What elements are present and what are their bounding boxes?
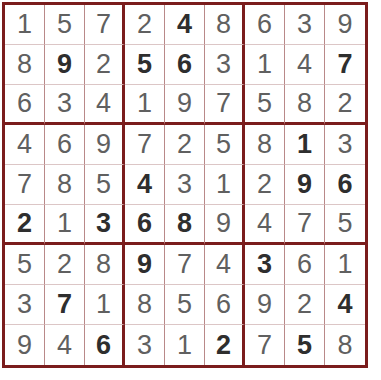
sudoku-cell-r2c9[interactable]: 7 [325, 45, 365, 85]
sudoku-cell-r7c5[interactable]: 7 [165, 245, 205, 285]
sudoku-cell-r7c4[interactable]: 9 [125, 245, 165, 285]
sudoku-cell-r8c7[interactable]: 9 [245, 285, 285, 325]
sudoku-cell-r8c2[interactable]: 7 [45, 285, 85, 325]
sudoku-cell-r6c9[interactable]: 5 [325, 205, 365, 245]
sudoku-cell-r2c1[interactable]: 8 [5, 45, 45, 85]
sudoku-cell-r2c6[interactable]: 3 [205, 45, 245, 85]
sudoku-cell-r4c3[interactable]: 9 [85, 125, 125, 165]
sudoku-cell-r6c1[interactable]: 2 [5, 205, 45, 245]
sudoku-cell-r7c7[interactable]: 3 [245, 245, 285, 285]
sudoku-cell-r1c4[interactable]: 2 [125, 5, 165, 45]
sudoku-cell-r3c3[interactable]: 4 [85, 85, 125, 125]
sudoku-cell-r3c4[interactable]: 1 [125, 85, 165, 125]
sudoku-cell-r4c9[interactable]: 3 [325, 125, 365, 165]
sudoku-cell-r4c4[interactable]: 7 [125, 125, 165, 165]
sudoku-cell-r6c2[interactable]: 1 [45, 205, 85, 245]
sudoku-board-wrapper: 1572486398925631476341975824697258137854… [0, 0, 381, 368]
sudoku-cell-r6c6[interactable]: 9 [205, 205, 245, 245]
sudoku-cell-r8c4[interactable]: 8 [125, 285, 165, 325]
sudoku-cell-r1c8[interactable]: 3 [285, 5, 325, 45]
sudoku-cell-r4c8[interactable]: 1 [285, 125, 325, 165]
sudoku-cell-r2c7[interactable]: 1 [245, 45, 285, 85]
sudoku-cell-r9c7[interactable]: 7 [245, 325, 285, 365]
sudoku-cell-r2c8[interactable]: 4 [285, 45, 325, 85]
sudoku-cell-r8c9[interactable]: 4 [325, 285, 365, 325]
sudoku-cell-r5c8[interactable]: 9 [285, 165, 325, 205]
sudoku-cell-r3c9[interactable]: 2 [325, 85, 365, 125]
sudoku-cell-r6c5[interactable]: 8 [165, 205, 205, 245]
sudoku-cell-r2c3[interactable]: 2 [85, 45, 125, 85]
sudoku-cell-r5c9[interactable]: 6 [325, 165, 365, 205]
sudoku-cell-r9c2[interactable]: 4 [45, 325, 85, 365]
sudoku-cell-r5c7[interactable]: 2 [245, 165, 285, 205]
sudoku-cell-r9c5[interactable]: 1 [165, 325, 205, 365]
sudoku-cell-r6c7[interactable]: 4 [245, 205, 285, 245]
sudoku-cell-r9c8[interactable]: 5 [285, 325, 325, 365]
sudoku-cell-r1c5[interactable]: 4 [165, 5, 205, 45]
sudoku-cell-r2c4[interactable]: 5 [125, 45, 165, 85]
sudoku-cell-r5c6[interactable]: 1 [205, 165, 245, 205]
sudoku-cell-r9c4[interactable]: 3 [125, 325, 165, 365]
sudoku-cell-r5c3[interactable]: 5 [85, 165, 125, 205]
sudoku-cell-r5c5[interactable]: 3 [165, 165, 205, 205]
sudoku-cell-r8c8[interactable]: 2 [285, 285, 325, 325]
sudoku-cell-r7c9[interactable]: 1 [325, 245, 365, 285]
sudoku-cell-r5c1[interactable]: 7 [5, 165, 45, 205]
sudoku-cell-r1c2[interactable]: 5 [45, 5, 85, 45]
sudoku-cell-r7c3[interactable]: 8 [85, 245, 125, 285]
sudoku-cell-r7c8[interactable]: 6 [285, 245, 325, 285]
sudoku-cell-r4c5[interactable]: 2 [165, 125, 205, 165]
sudoku-board: 1572486398925631476341975824697258137854… [2, 2, 368, 368]
sudoku-cell-r3c2[interactable]: 3 [45, 85, 85, 125]
sudoku-cell-r1c7[interactable]: 6 [245, 5, 285, 45]
sudoku-cell-r9c1[interactable]: 9 [5, 325, 45, 365]
sudoku-cell-r7c2[interactable]: 2 [45, 245, 85, 285]
sudoku-cell-r8c6[interactable]: 6 [205, 285, 245, 325]
sudoku-cell-r2c2[interactable]: 9 [45, 45, 85, 85]
sudoku-cell-r4c1[interactable]: 4 [5, 125, 45, 165]
sudoku-cell-r9c3[interactable]: 6 [85, 325, 125, 365]
sudoku-cell-r7c1[interactable]: 5 [5, 245, 45, 285]
sudoku-cell-r4c6[interactable]: 5 [205, 125, 245, 165]
sudoku-cell-r8c1[interactable]: 3 [5, 285, 45, 325]
sudoku-cell-r1c3[interactable]: 7 [85, 5, 125, 45]
sudoku-cell-r8c5[interactable]: 5 [165, 285, 205, 325]
sudoku-cell-r3c6[interactable]: 7 [205, 85, 245, 125]
sudoku-cell-r7c6[interactable]: 4 [205, 245, 245, 285]
sudoku-cell-r3c8[interactable]: 8 [285, 85, 325, 125]
sudoku-cell-r9c9[interactable]: 8 [325, 325, 365, 365]
sudoku-cell-r3c1[interactable]: 6 [5, 85, 45, 125]
sudoku-cell-r4c7[interactable]: 8 [245, 125, 285, 165]
sudoku-cell-r1c6[interactable]: 8 [205, 5, 245, 45]
sudoku-cell-r3c5[interactable]: 9 [165, 85, 205, 125]
sudoku-cell-r4c2[interactable]: 6 [45, 125, 85, 165]
sudoku-cell-r3c7[interactable]: 5 [245, 85, 285, 125]
sudoku-cell-r5c4[interactable]: 4 [125, 165, 165, 205]
sudoku-cell-r1c9[interactable]: 9 [325, 5, 365, 45]
sudoku-cell-r5c2[interactable]: 8 [45, 165, 85, 205]
sudoku-cell-r6c8[interactable]: 7 [285, 205, 325, 245]
sudoku-cell-r2c5[interactable]: 6 [165, 45, 205, 85]
sudoku-cell-r6c4[interactable]: 6 [125, 205, 165, 245]
sudoku-cell-r8c3[interactable]: 1 [85, 285, 125, 325]
sudoku-cell-r9c6[interactable]: 2 [205, 325, 245, 365]
sudoku-cell-r6c3[interactable]: 3 [85, 205, 125, 245]
sudoku-cell-r1c1[interactable]: 1 [5, 5, 45, 45]
